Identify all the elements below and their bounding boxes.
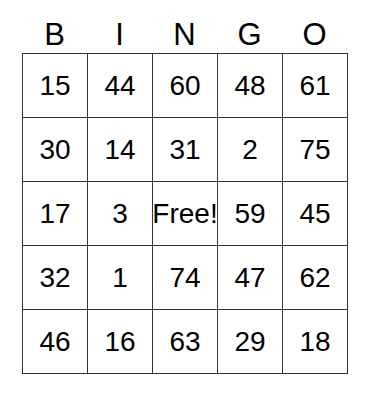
- cell-r4c5[interactable]: 62: [283, 246, 348, 310]
- header-letter-i: I: [87, 16, 152, 53]
- cell-r5c3[interactable]: 63: [153, 310, 218, 374]
- bingo-board: 15 44 60 48 61 30 14 31 2 75 17 3 Free! …: [22, 53, 348, 374]
- cell-r1c5[interactable]: 61: [283, 54, 348, 118]
- cell-r3c5[interactable]: 45: [283, 182, 348, 246]
- cell-r4c4[interactable]: 47: [218, 246, 283, 310]
- cell-r2c2[interactable]: 14: [88, 118, 153, 182]
- cell-r5c1[interactable]: 46: [23, 310, 88, 374]
- cell-r3c2[interactable]: 3: [88, 182, 153, 246]
- cell-r4c1[interactable]: 32: [23, 246, 88, 310]
- cell-r1c1[interactable]: 15: [23, 54, 88, 118]
- header-letter-o: O: [282, 16, 347, 53]
- cell-r2c5[interactable]: 75: [283, 118, 348, 182]
- cell-r1c3[interactable]: 60: [153, 54, 218, 118]
- header-letter-b: B: [22, 16, 87, 53]
- cell-free[interactable]: Free!: [153, 182, 218, 246]
- cell-r3c4[interactable]: 59: [218, 182, 283, 246]
- cell-r2c1[interactable]: 30: [23, 118, 88, 182]
- cell-r2c4[interactable]: 2: [218, 118, 283, 182]
- cell-r5c5[interactable]: 18: [283, 310, 348, 374]
- bingo-header: B I N G O: [22, 16, 348, 53]
- cell-r4c2[interactable]: 1: [88, 246, 153, 310]
- cell-r2c3[interactable]: 31: [153, 118, 218, 182]
- bingo-card: B I N G O 15 44 60 48 61 30 14 31 2 75 1…: [22, 16, 348, 374]
- header-letter-g: G: [217, 16, 282, 53]
- header-letter-n: N: [152, 16, 217, 53]
- cell-r1c4[interactable]: 48: [218, 54, 283, 118]
- cell-r5c4[interactable]: 29: [218, 310, 283, 374]
- cell-r1c2[interactable]: 44: [88, 54, 153, 118]
- cell-r3c1[interactable]: 17: [23, 182, 88, 246]
- cell-r4c3[interactable]: 74: [153, 246, 218, 310]
- cell-r5c2[interactable]: 16: [88, 310, 153, 374]
